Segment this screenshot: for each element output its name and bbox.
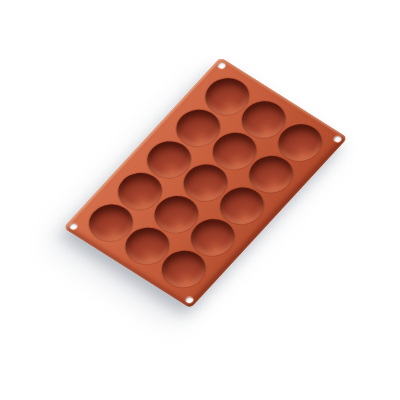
hanging-hole-bottom (184, 296, 195, 305)
hanging-hole-top (216, 61, 227, 70)
product-photo (0, 0, 400, 400)
hanging-hole-right (332, 135, 343, 144)
hanging-hole-left (68, 222, 79, 231)
cavity-grid (81, 71, 330, 294)
